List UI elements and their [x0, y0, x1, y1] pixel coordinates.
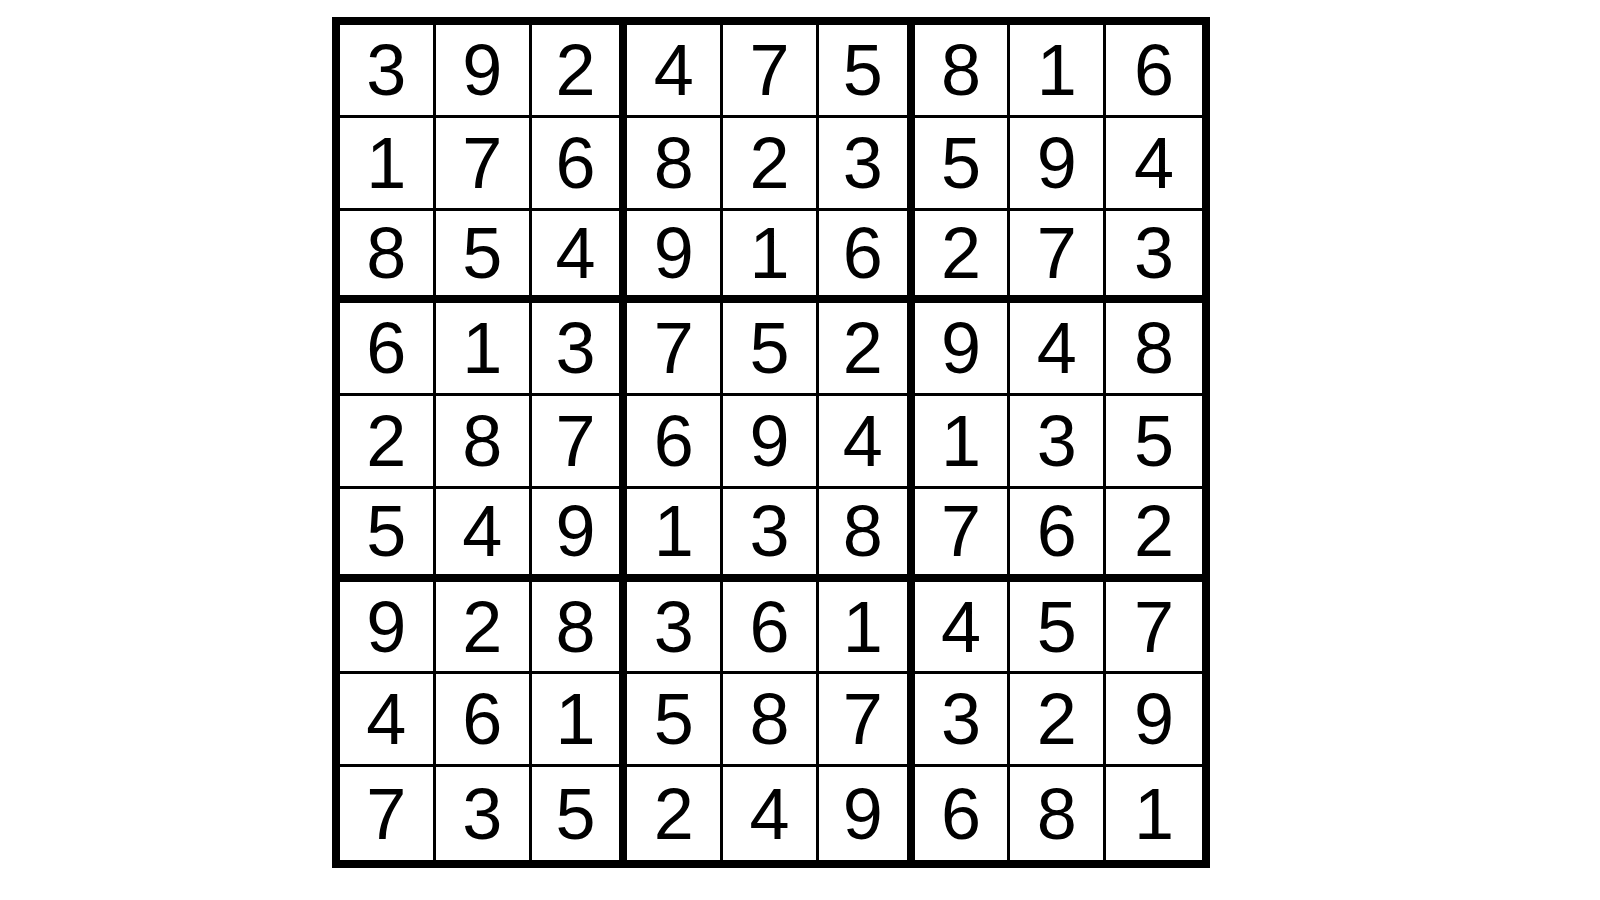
sudoku-cell-r7c4: 3: [627, 582, 723, 675]
sudoku-cell-r5c6: 4: [819, 396, 915, 489]
sudoku-cell-r6c1: 5: [340, 489, 436, 582]
sudoku-cell-r8c7: 3: [915, 674, 1011, 767]
sudoku-cell-r5c1: 2: [340, 396, 436, 489]
sudoku-cell-r7c9: 7: [1106, 582, 1202, 675]
sudoku-cell-r4c6: 2: [819, 303, 915, 396]
page: 3924758161768235948549162736137529482876…: [0, 0, 1600, 900]
sudoku-cell-r7c8: 5: [1010, 582, 1106, 675]
sudoku-cell-r2c7: 5: [915, 118, 1011, 211]
sudoku-cell-r7c1: 9: [340, 582, 436, 675]
sudoku-cell-r8c8: 2: [1010, 674, 1106, 767]
sudoku-cell-r2c9: 4: [1106, 118, 1202, 211]
sudoku-cell-r1c1: 3: [340, 25, 436, 118]
sudoku-cell-r4c4: 7: [627, 303, 723, 396]
sudoku-cell-r8c9: 9: [1106, 674, 1202, 767]
sudoku-cell-r5c5: 9: [723, 396, 819, 489]
sudoku-cell-r8c3: 1: [532, 674, 628, 767]
sudoku-cell-r9c9: 1: [1106, 767, 1202, 860]
sudoku-cell-r2c4: 8: [627, 118, 723, 211]
sudoku-cell-r3c6: 6: [819, 211, 915, 304]
sudoku-cell-r1c7: 8: [915, 25, 1011, 118]
sudoku-cell-r7c5: 6: [723, 582, 819, 675]
sudoku-cell-r4c8: 4: [1010, 303, 1106, 396]
sudoku-cell-r3c5: 1: [723, 211, 819, 304]
sudoku-cell-r2c1: 1: [340, 118, 436, 211]
sudoku-cell-r3c2: 5: [436, 211, 532, 304]
sudoku-cell-r1c8: 1: [1010, 25, 1106, 118]
sudoku-cell-r7c7: 4: [915, 582, 1011, 675]
sudoku-cell-r6c2: 4: [436, 489, 532, 582]
sudoku-cell-r3c4: 9: [627, 211, 723, 304]
sudoku-cell-r6c7: 7: [915, 489, 1011, 582]
sudoku-cell-r6c8: 6: [1010, 489, 1106, 582]
sudoku-cell-r6c9: 2: [1106, 489, 1202, 582]
sudoku-cell-r4c1: 6: [340, 303, 436, 396]
sudoku-cell-r3c1: 8: [340, 211, 436, 304]
sudoku-cell-r9c3: 5: [532, 767, 628, 860]
sudoku-cell-r5c7: 1: [915, 396, 1011, 489]
sudoku-cell-r8c4: 5: [627, 674, 723, 767]
sudoku-cell-r9c6: 9: [819, 767, 915, 860]
sudoku-cell-r4c2: 1: [436, 303, 532, 396]
sudoku-cell-r8c1: 4: [340, 674, 436, 767]
sudoku-cell-r1c5: 7: [723, 25, 819, 118]
sudoku-cell-r2c3: 6: [532, 118, 628, 211]
sudoku-cell-r2c6: 3: [819, 118, 915, 211]
sudoku-cell-r5c9: 5: [1106, 396, 1202, 489]
sudoku-cell-r9c1: 7: [340, 767, 436, 860]
sudoku-cell-r9c2: 3: [436, 767, 532, 860]
sudoku-cell-r5c4: 6: [627, 396, 723, 489]
sudoku-cell-r1c4: 4: [627, 25, 723, 118]
sudoku-cell-r6c6: 8: [819, 489, 915, 582]
sudoku-cell-r8c2: 6: [436, 674, 532, 767]
sudoku-cell-r6c4: 1: [627, 489, 723, 582]
sudoku-cell-r7c6: 1: [819, 582, 915, 675]
sudoku-cell-r5c8: 3: [1010, 396, 1106, 489]
sudoku-cell-r9c8: 8: [1010, 767, 1106, 860]
sudoku-cell-r9c4: 2: [627, 767, 723, 860]
sudoku-cell-r2c8: 9: [1010, 118, 1106, 211]
sudoku-cell-r4c3: 3: [532, 303, 628, 396]
sudoku-cell-r8c6: 7: [819, 674, 915, 767]
sudoku-cell-r4c9: 8: [1106, 303, 1202, 396]
sudoku-cell-r6c3: 9: [532, 489, 628, 582]
sudoku-cell-r3c9: 3: [1106, 211, 1202, 304]
sudoku-cell-r2c5: 2: [723, 118, 819, 211]
sudoku-cell-r4c7: 9: [915, 303, 1011, 396]
sudoku-cell-r7c2: 2: [436, 582, 532, 675]
sudoku-cell-r4c5: 5: [723, 303, 819, 396]
sudoku-cell-r7c3: 8: [532, 582, 628, 675]
sudoku-cell-r1c6: 5: [819, 25, 915, 118]
sudoku-cell-r2c2: 7: [436, 118, 532, 211]
sudoku-cell-r1c9: 6: [1106, 25, 1202, 118]
sudoku-cell-r1c3: 2: [532, 25, 628, 118]
sudoku-board: 3924758161768235948549162736137529482876…: [332, 17, 1210, 868]
sudoku-cell-r6c5: 3: [723, 489, 819, 582]
sudoku-cell-r3c8: 7: [1010, 211, 1106, 304]
sudoku-cell-r9c7: 6: [915, 767, 1011, 860]
sudoku-cell-r5c2: 8: [436, 396, 532, 489]
sudoku-cell-r5c3: 7: [532, 396, 628, 489]
sudoku-cell-r3c3: 4: [532, 211, 628, 304]
sudoku-cell-r1c2: 9: [436, 25, 532, 118]
sudoku-cell-r8c5: 8: [723, 674, 819, 767]
sudoku-cell-r3c7: 2: [915, 211, 1011, 304]
sudoku-cell-r9c5: 4: [723, 767, 819, 860]
